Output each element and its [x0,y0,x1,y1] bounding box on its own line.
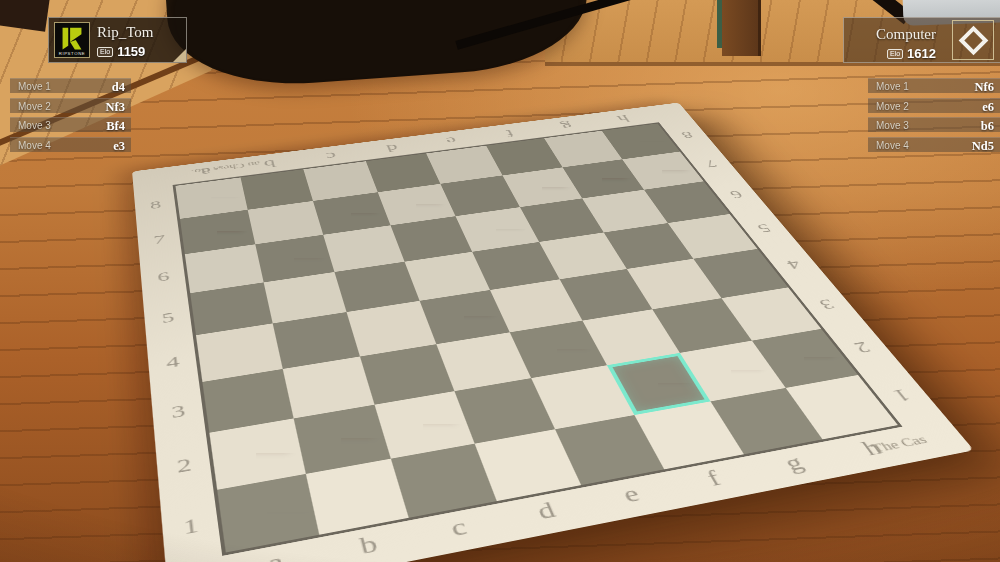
black-player-rating: 1612 [907,46,936,61]
move-san: b6 [981,119,994,134]
move-san: Bf4 [106,119,125,134]
move-label: Move 1 [18,81,51,92]
elo-badge-icon: Elo [97,47,113,57]
move-label: Move 2 [876,101,909,112]
table-leg-post [722,0,761,56]
move-label: Move 1 [876,81,909,92]
move-label: Move 3 [876,120,909,131]
black-move-row-4: Move 4 Nd5 [868,137,1000,152]
white-player-panel: RIPSTONE Rip_Tom Elo 1159 [48,17,187,63]
rank-label: 7 [137,219,183,261]
black-player-name: Computer [876,26,936,43]
move-label: Move 4 [18,140,51,151]
black-player-panel: Computer Elo 1612 [843,17,1000,63]
white-player-rating: 1159 [117,44,145,59]
elo-badge-icon: Elo [887,49,903,59]
game-scene: abcdefgh abcdefgh 87654321 87654321 an C… [0,0,1000,562]
panel-corner-fold [173,49,186,62]
ripstone-logo-icon: RIPSTONE [54,22,90,58]
white-move-row-2: Move 2 Nf3 [10,98,131,113]
white-move-row-1: Move 1 d4 [10,78,131,93]
white-move-row-3: Move 3 Bf4 [10,117,131,132]
white-player-name: Rip_Tom [97,24,153,41]
move-san: d4 [112,80,125,95]
move-san: Nf3 [106,100,125,115]
move-label: Move 3 [18,120,51,131]
green-accent-strip [717,0,722,48]
white-player-rating-row: Elo 1159 [97,44,145,59]
white-move-row-4: Move 4 e3 [10,137,131,152]
move-label: Move 2 [18,101,51,112]
move-san: Nf6 [975,80,994,95]
move-san: e6 [982,100,994,115]
black-move-row-1: Move 1 Nf6 [868,78,1000,93]
diamond-icon [958,25,988,55]
move-san: e3 [113,139,125,154]
move-label: Move 4 [876,140,909,151]
svg-text:RIPSTONE: RIPSTONE [59,51,86,56]
black-player-rating-row: Elo 1612 [887,46,936,61]
black-move-row-3: Move 3 b6 [868,117,1000,132]
black-player-icon-box [952,20,994,60]
black-move-row-2: Move 2 e6 [868,98,1000,113]
move-san: Nd5 [972,139,994,154]
